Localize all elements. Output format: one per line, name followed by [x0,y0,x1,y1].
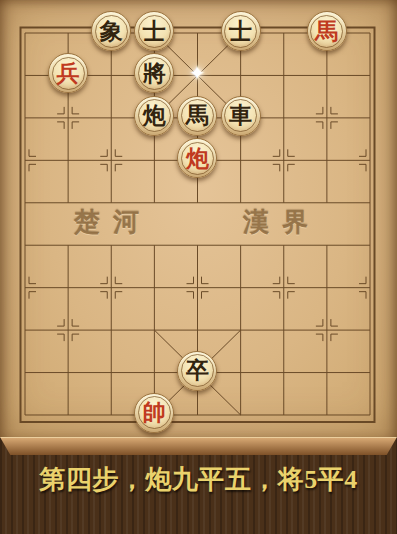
piece-black-advisor-1[interactable]: 士 [134,11,174,51]
piece-red-cannon[interactable]: 炮 [177,138,217,178]
piece-red-horse[interactable]: 馬 [307,11,347,51]
piece-glyph: 將 [143,62,166,85]
piece-black-horse[interactable]: 馬 [177,96,217,136]
piece-black-cannon[interactable]: 炮 [134,96,174,136]
piece-glyph: 車 [229,104,252,127]
move-caption: 第四步，炮九平五，将5平4 [0,462,397,497]
piece-glyph: 馬 [186,104,209,127]
piece-glyph: 馬 [315,20,338,43]
xiangqi-board[interactable]: 楚河 漢界 象士士馬兵將炮馬車炮卒帥✦ [0,0,397,437]
piece-glyph: 卒 [186,359,209,382]
piece-grid: 象士士馬兵將炮馬車炮卒帥✦ [3,12,391,436]
xiangqi-app-screen: 楚河 漢界 象士士馬兵將炮馬車炮卒帥✦ 第四步，炮九平五，将5平4 [0,0,397,534]
piece-black-elephant[interactable]: 象 [91,11,131,51]
last-move-origin-sparkle: ✦ [189,63,206,83]
piece-glyph: 炮 [186,147,209,170]
piece-glyph: 炮 [143,104,166,127]
piece-red-general[interactable]: 帥 [134,393,174,433]
piece-glyph: 士 [143,20,166,43]
piece-glyph: 士 [229,20,252,43]
piece-black-general[interactable]: 將 [134,53,174,93]
piece-glyph: 象 [100,20,123,43]
piece-black-advisor-2[interactable]: 士 [221,11,261,51]
piece-glyph: 兵 [57,62,80,85]
piece-black-chariot[interactable]: 車 [221,96,261,136]
board-edge-bevel [0,437,397,455]
bottom-wood-panel: 第四步，炮九平五，将5平4 [0,437,397,534]
piece-glyph: 帥 [143,401,166,424]
piece-black-pawn[interactable]: 卒 [177,351,217,391]
piece-red-pawn[interactable]: 兵 [48,53,88,93]
